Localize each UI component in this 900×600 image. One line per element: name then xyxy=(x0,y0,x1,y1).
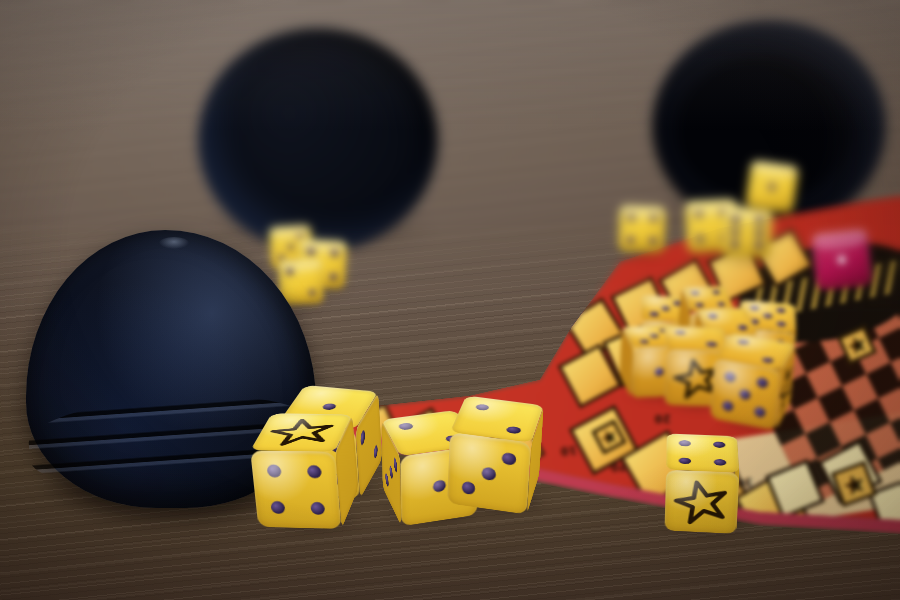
pip xyxy=(307,465,323,478)
die-face-front xyxy=(250,450,341,529)
die-yellow[interactable] xyxy=(666,448,736,518)
die-face-front xyxy=(665,470,740,534)
pip xyxy=(506,426,522,434)
pip xyxy=(321,403,338,411)
pip xyxy=(713,442,725,449)
pip xyxy=(373,443,377,461)
gloss xyxy=(250,450,341,529)
pip xyxy=(502,452,517,466)
die-yellow[interactable] xyxy=(264,428,348,512)
die-cube xyxy=(665,451,738,514)
pip xyxy=(389,463,392,481)
pip xyxy=(398,422,414,430)
pip xyxy=(310,502,325,515)
pip xyxy=(679,457,691,464)
pip xyxy=(270,501,285,514)
die-face-front xyxy=(447,432,531,515)
star-icon xyxy=(668,474,735,530)
pip xyxy=(266,464,282,477)
die-yellow[interactable] xyxy=(456,414,536,494)
pip xyxy=(394,456,397,474)
pip xyxy=(433,479,446,493)
die-face-top xyxy=(666,434,739,473)
cup-top-dimple xyxy=(159,237,189,249)
pip xyxy=(713,459,726,466)
die-cube xyxy=(261,431,350,508)
star-face xyxy=(665,470,740,534)
pip xyxy=(679,440,691,447)
die-cube xyxy=(455,413,537,494)
pip xyxy=(462,481,476,495)
pip xyxy=(360,428,365,447)
gloss xyxy=(666,434,739,473)
pip xyxy=(385,471,388,489)
pip xyxy=(481,467,495,481)
dice-game-photo-scene: ★★★10702030 xyxy=(0,0,900,600)
star-icon xyxy=(269,415,337,450)
pip xyxy=(475,403,491,411)
